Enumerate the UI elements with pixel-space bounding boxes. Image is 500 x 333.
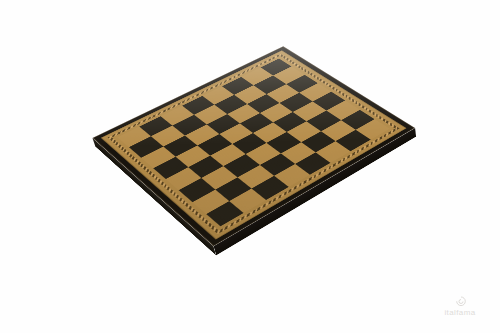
watermark-text: italfama <box>430 308 490 317</box>
chessboard <box>132 12 374 254</box>
watermark-logo-icon <box>453 294 467 307</box>
chessboard-3d <box>92 46 415 246</box>
watermark: italfama <box>430 294 490 317</box>
rope-trim-border <box>108 54 400 234</box>
board-top-face <box>92 46 415 246</box>
product-photo: italfama <box>0 0 500 333</box>
board-gold-border <box>101 50 407 239</box>
